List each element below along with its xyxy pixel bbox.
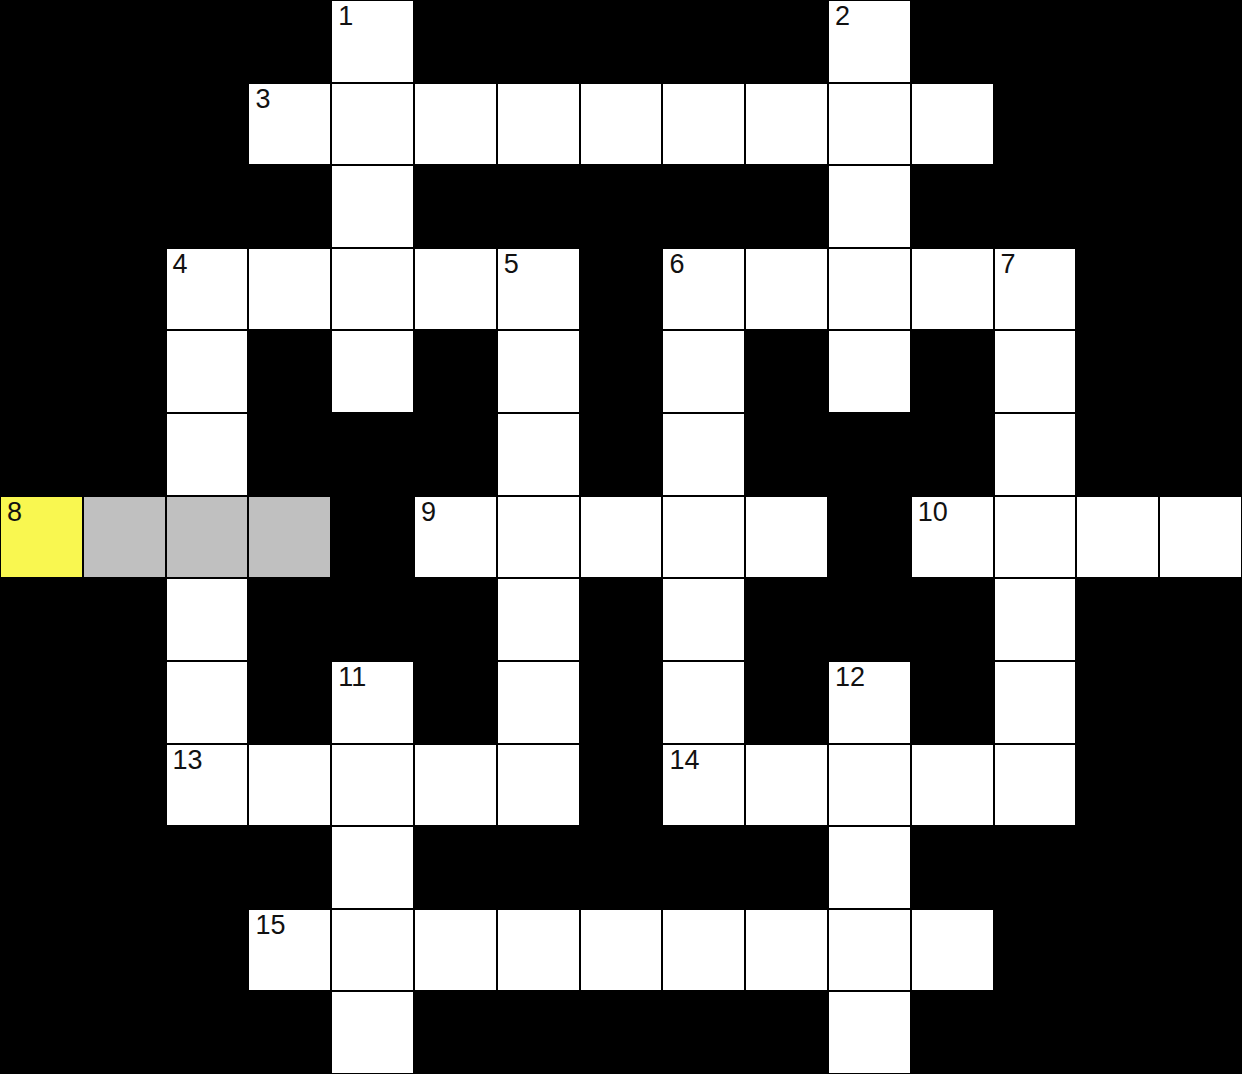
white-cell[interactable] [994,496,1077,579]
white-cell[interactable] [331,165,414,248]
black-cell [497,0,580,83]
black-cell [1076,330,1159,413]
white-cell[interactable] [662,909,745,992]
black-cell [1159,661,1242,744]
black-cell [580,661,663,744]
black-cell [83,248,166,331]
black-cell [1159,991,1242,1074]
white-cell[interactable] [745,744,828,827]
black-cell [828,578,911,661]
white-cell[interactable]: 2 [828,0,911,83]
black-cell [911,991,994,1074]
highlighted-cell[interactable] [248,496,331,579]
clue-number: 8 [7,498,22,526]
black-cell [0,578,83,661]
clue-number: 12 [835,663,865,691]
black-cell [828,413,911,496]
black-cell [745,0,828,83]
white-cell[interactable] [662,661,745,744]
black-cell [580,0,663,83]
white-cell[interactable] [828,83,911,166]
black-cell [745,661,828,744]
black-cell [248,661,331,744]
white-cell[interactable]: 9 [414,496,497,579]
white-cell[interactable] [497,661,580,744]
white-cell[interactable] [662,496,745,579]
white-cell[interactable] [911,248,994,331]
black-cell [911,661,994,744]
black-cell [745,330,828,413]
black-cell [580,578,663,661]
white-cell[interactable] [414,744,497,827]
black-cell [1076,661,1159,744]
white-cell[interactable] [662,83,745,166]
white-cell[interactable]: 10 [911,496,994,579]
white-cell[interactable] [166,413,249,496]
black-cell [745,826,828,909]
black-cell [83,909,166,992]
white-cell[interactable] [828,991,911,1074]
black-cell [994,826,1077,909]
black-cell [414,826,497,909]
white-cell[interactable] [414,83,497,166]
clue-number: 14 [669,746,699,774]
white-cell[interactable] [331,909,414,992]
black-cell [580,991,663,1074]
black-cell [1159,909,1242,992]
black-cell [1159,413,1242,496]
black-cell [745,413,828,496]
black-cell [662,0,745,83]
black-cell [911,165,994,248]
white-cell[interactable] [745,496,828,579]
black-cell [248,165,331,248]
black-cell [0,413,83,496]
black-cell [166,826,249,909]
white-cell[interactable] [248,248,331,331]
black-cell [248,578,331,661]
black-cell [1076,578,1159,661]
black-cell [911,413,994,496]
clue-number: 6 [669,250,684,278]
white-cell[interactable] [497,496,580,579]
black-cell [1076,248,1159,331]
white-cell[interactable] [994,330,1077,413]
white-cell[interactable] [248,744,331,827]
white-cell[interactable]: 11 [331,661,414,744]
white-cell[interactable] [331,83,414,166]
white-cell[interactable] [994,661,1077,744]
black-cell [911,330,994,413]
white-cell[interactable] [497,413,580,496]
black-cell [248,413,331,496]
white-cell[interactable]: 1 [331,0,414,83]
black-cell [580,165,663,248]
black-cell [745,991,828,1074]
white-cell[interactable] [414,248,497,331]
white-cell[interactable] [331,826,414,909]
black-cell [83,413,166,496]
black-cell [1076,909,1159,992]
black-cell [414,661,497,744]
crossword-board: 123456789101112131415 [0,0,1242,1074]
white-cell[interactable] [662,578,745,661]
black-cell [414,330,497,413]
white-cell[interactable] [497,744,580,827]
black-cell [662,991,745,1074]
black-cell [83,661,166,744]
clue-number: 1 [338,2,353,30]
black-cell [1159,165,1242,248]
black-cell [580,826,663,909]
black-cell [83,991,166,1074]
white-cell[interactable] [828,330,911,413]
white-cell[interactable] [331,248,414,331]
black-cell [1159,744,1242,827]
white-cell[interactable]: 13 [166,744,249,827]
black-cell [994,165,1077,248]
black-cell [248,991,331,1074]
clue-number: 7 [1001,250,1016,278]
white-cell[interactable] [1159,496,1242,579]
white-cell[interactable]: 3 [248,83,331,166]
white-cell[interactable] [331,744,414,827]
black-cell [911,826,994,909]
black-cell [1076,165,1159,248]
black-cell [497,826,580,909]
clue-number: 2 [835,2,850,30]
black-cell [1159,578,1242,661]
black-cell [414,413,497,496]
black-cell [1076,413,1159,496]
black-cell [414,578,497,661]
black-cell [497,991,580,1074]
white-cell[interactable] [580,909,663,992]
black-cell [580,248,663,331]
black-cell [497,165,580,248]
black-cell [580,330,663,413]
highlighted-cell[interactable] [166,496,249,579]
black-cell [166,165,249,248]
black-cell [0,826,83,909]
black-cell [745,165,828,248]
black-cell [83,578,166,661]
black-cell [331,413,414,496]
clue-number: 15 [255,911,285,939]
white-cell[interactable]: 4 [166,248,249,331]
black-cell [745,578,828,661]
black-cell [994,991,1077,1074]
white-cell[interactable] [497,330,580,413]
black-cell [83,330,166,413]
white-cell[interactable]: 15 [248,909,331,992]
selected-cell[interactable]: 8 [0,496,83,579]
white-cell[interactable]: 14 [662,744,745,827]
white-cell[interactable]: 12 [828,661,911,744]
white-cell[interactable] [331,330,414,413]
black-cell [994,0,1077,83]
white-cell[interactable] [994,413,1077,496]
black-cell [0,744,83,827]
black-cell [166,991,249,1074]
white-cell[interactable] [497,909,580,992]
black-cell [1076,0,1159,83]
white-cell[interactable] [828,165,911,248]
black-cell [166,909,249,992]
black-cell [580,744,663,827]
black-cell [414,165,497,248]
black-cell [580,413,663,496]
clue-number: 10 [918,498,948,526]
white-cell[interactable] [166,330,249,413]
white-cell[interactable] [414,909,497,992]
white-cell[interactable] [745,248,828,331]
black-cell [1159,330,1242,413]
clue-number: 11 [338,663,366,691]
white-cell[interactable] [1076,496,1159,579]
black-cell [0,661,83,744]
black-cell [331,578,414,661]
black-cell [414,0,497,83]
black-cell [1159,83,1242,166]
black-cell [662,165,745,248]
black-cell [0,248,83,331]
black-cell [248,0,331,83]
white-cell[interactable] [497,83,580,166]
white-cell[interactable] [331,991,414,1074]
black-cell [83,0,166,83]
black-cell [0,991,83,1074]
black-cell [83,83,166,166]
white-cell[interactable] [828,744,911,827]
black-cell [414,991,497,1074]
black-cell [994,909,1077,992]
black-cell [331,496,414,579]
highlighted-cell[interactable] [83,496,166,579]
white-cell[interactable] [911,83,994,166]
clue-number: 9 [421,498,436,526]
black-cell [166,0,249,83]
white-cell[interactable]: 5 [497,248,580,331]
black-cell [0,0,83,83]
white-cell[interactable] [662,413,745,496]
white-cell[interactable] [994,744,1077,827]
black-cell [1159,826,1242,909]
black-cell [166,83,249,166]
black-cell [248,330,331,413]
black-cell [0,909,83,992]
black-cell [83,165,166,248]
black-cell [911,578,994,661]
black-cell [1076,826,1159,909]
white-cell[interactable] [911,744,994,827]
white-cell[interactable] [166,578,249,661]
black-cell [248,826,331,909]
white-cell[interactable] [745,83,828,166]
white-cell[interactable] [911,909,994,992]
black-cell [1076,991,1159,1074]
white-cell[interactable] [662,330,745,413]
clue-number: 13 [173,746,203,774]
black-cell [1076,83,1159,166]
black-cell [994,83,1077,166]
white-cell[interactable] [994,578,1077,661]
black-cell [1076,744,1159,827]
white-cell[interactable]: 7 [994,248,1077,331]
white-cell[interactable] [166,661,249,744]
white-cell[interactable] [745,909,828,992]
black-cell [83,744,166,827]
black-cell [0,83,83,166]
black-cell [0,330,83,413]
clue-number: 4 [173,250,188,278]
black-cell [0,165,83,248]
white-cell[interactable] [828,248,911,331]
black-cell [1159,0,1242,83]
black-cell [83,826,166,909]
black-cell [662,826,745,909]
clue-number: 5 [504,250,519,278]
white-cell[interactable]: 6 [662,248,745,331]
white-cell[interactable] [580,496,663,579]
clue-number: 3 [255,85,270,113]
black-cell [1159,248,1242,331]
black-cell [911,0,994,83]
white-cell[interactable] [580,83,663,166]
white-cell[interactable] [828,826,911,909]
black-cell [828,496,911,579]
white-cell[interactable] [497,578,580,661]
white-cell[interactable] [828,909,911,992]
